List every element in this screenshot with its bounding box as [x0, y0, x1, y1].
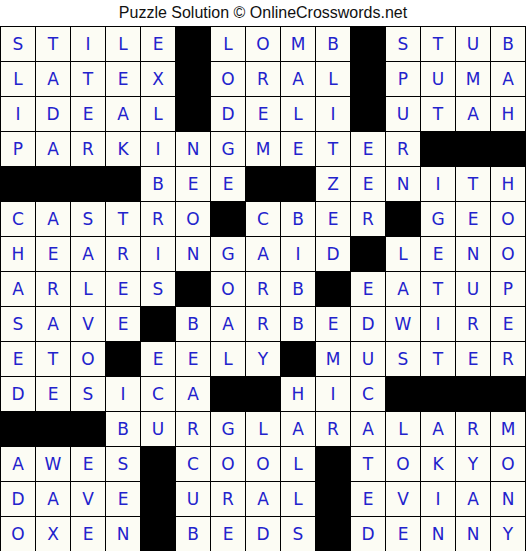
letter-cell: V — [71, 482, 105, 516]
block-cell — [281, 342, 315, 376]
letter-cell: A — [246, 482, 280, 516]
letter-cell: E — [176, 167, 210, 201]
letter-cell: G — [211, 412, 245, 446]
letter-cell: E — [106, 482, 140, 516]
letter-cell: L — [386, 412, 420, 446]
letter-cell: S — [386, 342, 420, 376]
letter-cell: A — [36, 132, 70, 166]
letter-cell: T — [421, 342, 455, 376]
letter-cell: S — [1, 27, 35, 61]
letter-cell: R — [106, 237, 140, 271]
letter-cell: L — [246, 412, 280, 446]
letter-cell: O — [211, 272, 245, 306]
letter-cell: E — [491, 307, 525, 341]
letter-cell: C — [1, 202, 35, 236]
block-cell — [176, 27, 210, 61]
letter-cell: A — [36, 202, 70, 236]
letter-cell: Y — [246, 342, 280, 376]
puzzle-solution-page: Puzzle Solution © OnlineCrosswords.net S… — [0, 0, 526, 551]
block-cell — [176, 62, 210, 96]
letter-cell: H — [491, 97, 525, 131]
letter-cell: A — [176, 377, 210, 411]
letter-cell: U — [176, 482, 210, 516]
letter-cell: Y — [456, 447, 490, 481]
letter-cell: U — [351, 342, 385, 376]
letter-cell: S — [386, 27, 420, 61]
letter-cell: O — [211, 62, 245, 96]
letter-cell: S — [281, 517, 315, 551]
block-cell — [316, 517, 350, 551]
letter-cell: E — [456, 202, 490, 236]
block-cell — [141, 307, 175, 341]
letter-cell: E — [211, 167, 245, 201]
letter-cell: R — [456, 412, 490, 446]
block-cell — [246, 167, 280, 201]
block-cell — [316, 447, 350, 481]
letter-cell: C — [141, 377, 175, 411]
block-cell — [491, 377, 525, 411]
letter-cell: S — [71, 202, 105, 236]
letter-cell: A — [106, 97, 140, 131]
letter-cell: D — [246, 517, 280, 551]
letter-cell: L — [281, 97, 315, 131]
letter-cell: O — [1, 517, 35, 551]
letter-cell: N — [176, 132, 210, 166]
letter-cell: B — [176, 307, 210, 341]
block-cell — [71, 167, 105, 201]
letter-cell: B — [491, 27, 525, 61]
letter-cell: T — [36, 342, 70, 376]
block-cell — [1, 412, 35, 446]
letter-cell: E — [351, 167, 385, 201]
letter-cell: D — [36, 97, 70, 131]
letter-cell: A — [36, 62, 70, 96]
block-cell — [316, 482, 350, 516]
letter-cell: R — [491, 342, 525, 376]
letter-cell: L — [1, 62, 35, 96]
crossword-grid: STILELOMBSTUBLATEXORALPUMAIDEALDELIUTAHP… — [0, 26, 526, 551]
letter-cell: A — [36, 482, 70, 516]
letter-cell: S — [106, 447, 140, 481]
letter-cell: B — [106, 412, 140, 446]
letter-cell: D — [211, 97, 245, 131]
letter-cell: D — [316, 237, 350, 271]
letter-cell: S — [71, 377, 105, 411]
letter-cell: O — [491, 447, 525, 481]
letter-cell: V — [386, 482, 420, 516]
block-cell — [456, 132, 490, 166]
block-cell — [141, 482, 175, 516]
letter-cell: M — [281, 27, 315, 61]
letter-cell: R — [456, 307, 490, 341]
letter-cell: T — [456, 167, 490, 201]
letter-cell: A — [456, 97, 490, 131]
block-cell — [141, 517, 175, 551]
block-cell — [106, 342, 140, 376]
block-cell — [36, 412, 70, 446]
letter-cell: A — [36, 307, 70, 341]
letter-cell: L — [71, 272, 105, 306]
letter-cell: R — [386, 132, 420, 166]
block-cell — [106, 167, 140, 201]
letter-cell: A — [281, 412, 315, 446]
letter-cell: C — [246, 202, 280, 236]
letter-cell: I — [141, 237, 175, 271]
letter-cell: Z — [316, 167, 350, 201]
letter-cell: E — [316, 202, 350, 236]
letter-cell: D — [351, 517, 385, 551]
letter-cell: L — [316, 62, 350, 96]
letter-cell: L — [281, 447, 315, 481]
letter-cell: B — [281, 307, 315, 341]
letter-cell: T — [36, 27, 70, 61]
letter-cell: O — [386, 447, 420, 481]
block-cell — [351, 27, 385, 61]
letter-cell: B — [141, 167, 175, 201]
letter-cell: S — [1, 307, 35, 341]
letter-cell: R — [246, 62, 280, 96]
letter-cell: E — [36, 237, 70, 271]
letter-cell: P — [491, 272, 525, 306]
block-cell — [386, 377, 420, 411]
letter-cell: U — [386, 97, 420, 131]
letter-cell: E — [316, 307, 350, 341]
letter-cell: L — [211, 27, 245, 61]
block-cell — [351, 237, 385, 271]
block-cell — [351, 62, 385, 96]
letter-cell: G — [211, 237, 245, 271]
letter-cell: M — [246, 132, 280, 166]
letter-cell: E — [36, 377, 70, 411]
letter-cell: R — [71, 132, 105, 166]
letter-cell: H — [491, 167, 525, 201]
letter-cell: W — [386, 307, 420, 341]
letter-cell: K — [106, 132, 140, 166]
letter-cell: I — [316, 377, 350, 411]
block-cell — [71, 412, 105, 446]
letter-cell: N — [176, 237, 210, 271]
letter-cell: H — [1, 237, 35, 271]
letter-cell: A — [386, 272, 420, 306]
letter-cell: A — [491, 62, 525, 96]
letter-cell: P — [1, 132, 35, 166]
letter-cell: D — [1, 377, 35, 411]
letter-cell: I — [421, 482, 455, 516]
letter-cell: G — [211, 132, 245, 166]
letter-cell: B — [316, 27, 350, 61]
letter-cell: M — [456, 62, 490, 96]
letter-cell: X — [36, 517, 70, 551]
letter-cell: V — [71, 307, 105, 341]
letter-cell: N — [456, 237, 490, 271]
letter-cell: T — [71, 62, 105, 96]
block-cell — [421, 377, 455, 411]
letter-cell: I — [1, 97, 35, 131]
block-cell — [141, 447, 175, 481]
letter-cell: L — [141, 97, 175, 131]
letter-cell: L — [106, 27, 140, 61]
letter-cell: I — [106, 377, 140, 411]
block-cell — [351, 97, 385, 131]
block-cell — [246, 377, 280, 411]
letter-cell: I — [421, 307, 455, 341]
letter-cell: E — [456, 342, 490, 376]
letter-cell: U — [141, 412, 175, 446]
letter-cell: E — [71, 447, 105, 481]
letter-cell: D — [1, 482, 35, 516]
letter-cell: A — [281, 62, 315, 96]
letter-cell: U — [456, 27, 490, 61]
letter-cell: M — [491, 412, 525, 446]
letter-cell: E — [351, 482, 385, 516]
letter-cell: E — [141, 342, 175, 376]
letter-cell: N — [456, 517, 490, 551]
block-cell — [176, 272, 210, 306]
letter-cell: M — [316, 342, 350, 376]
letter-cell: T — [421, 272, 455, 306]
letter-cell: O — [491, 202, 525, 236]
letter-cell: I — [71, 27, 105, 61]
letter-cell: W — [36, 447, 70, 481]
letter-cell: I — [281, 237, 315, 271]
block-cell — [1, 167, 35, 201]
letter-cell: S — [141, 272, 175, 306]
letter-cell: O — [176, 202, 210, 236]
letter-cell: B — [281, 202, 315, 236]
letter-cell: E — [176, 342, 210, 376]
letter-cell: A — [71, 237, 105, 271]
letter-cell: T — [421, 27, 455, 61]
letter-cell: E — [281, 132, 315, 166]
letter-cell: U — [421, 62, 455, 96]
block-cell — [211, 202, 245, 236]
letter-cell: L — [211, 342, 245, 376]
letter-cell: E — [1, 342, 35, 376]
letter-cell: I — [141, 132, 175, 166]
letter-cell: R — [211, 482, 245, 516]
letter-cell: T — [106, 202, 140, 236]
letter-cell: N — [421, 517, 455, 551]
letter-cell: R — [316, 412, 350, 446]
letter-cell: E — [421, 237, 455, 271]
letter-cell: E — [386, 517, 420, 551]
letter-cell: G — [421, 202, 455, 236]
letter-cell: C — [176, 447, 210, 481]
letter-cell: U — [456, 272, 490, 306]
letter-cell: I — [316, 97, 350, 131]
letter-cell: O — [71, 342, 105, 376]
letter-cell: A — [421, 412, 455, 446]
letter-cell: D — [351, 307, 385, 341]
letter-cell: R — [176, 412, 210, 446]
letter-cell: E — [351, 272, 385, 306]
letter-cell: X — [141, 62, 175, 96]
block-cell — [491, 132, 525, 166]
block-cell — [176, 97, 210, 131]
letter-cell: E — [106, 62, 140, 96]
letter-cell: E — [246, 97, 280, 131]
letter-cell: R — [351, 202, 385, 236]
letter-cell: P — [386, 62, 420, 96]
block-cell — [421, 132, 455, 166]
block-cell — [386, 202, 420, 236]
block-cell — [316, 272, 350, 306]
letter-cell: C — [351, 377, 385, 411]
letter-cell: N — [491, 482, 525, 516]
letter-cell: B — [176, 517, 210, 551]
letter-cell: A — [211, 307, 245, 341]
letter-cell: A — [456, 482, 490, 516]
letter-cell: E — [106, 307, 140, 341]
letter-cell: O — [211, 447, 245, 481]
letter-cell: A — [246, 237, 280, 271]
block-cell — [281, 167, 315, 201]
letter-cell: T — [351, 447, 385, 481]
page-title: Puzzle Solution © OnlineCrosswords.net — [0, 0, 526, 26]
letter-cell: O — [491, 237, 525, 271]
letter-cell: R — [246, 307, 280, 341]
letter-cell: Y — [491, 517, 525, 551]
letter-cell: T — [316, 132, 350, 166]
letter-cell: H — [281, 377, 315, 411]
letter-cell: B — [281, 272, 315, 306]
letter-cell: A — [1, 447, 35, 481]
letter-cell: I — [421, 167, 455, 201]
letter-cell: E — [71, 97, 105, 131]
letter-cell: L — [281, 482, 315, 516]
letter-cell: R — [36, 272, 70, 306]
letter-cell: O — [246, 27, 280, 61]
letter-cell: E — [141, 27, 175, 61]
letter-cell: E — [211, 517, 245, 551]
block-cell — [36, 167, 70, 201]
letter-cell: O — [246, 447, 280, 481]
block-cell — [456, 377, 490, 411]
letter-cell: E — [71, 517, 105, 551]
letter-cell: R — [246, 272, 280, 306]
letter-cell: T — [421, 97, 455, 131]
letter-cell: E — [351, 132, 385, 166]
letter-cell: E — [106, 272, 140, 306]
letter-cell: A — [351, 412, 385, 446]
letter-cell: K — [421, 447, 455, 481]
letter-cell: L — [386, 237, 420, 271]
letter-cell: R — [141, 202, 175, 236]
letter-cell: N — [386, 167, 420, 201]
letter-cell: A — [1, 272, 35, 306]
letter-cell: N — [106, 517, 140, 551]
block-cell — [211, 377, 245, 411]
